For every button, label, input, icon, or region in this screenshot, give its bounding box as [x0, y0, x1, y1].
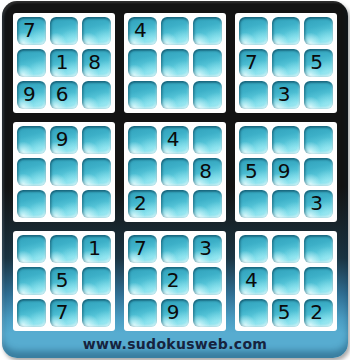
cell-r6c3[interactable] [82, 190, 111, 218]
box-3-1: 157 [13, 231, 115, 331]
box-1-1: 71896 [13, 13, 115, 113]
given-digit: 3 [310, 193, 323, 213]
given-digit: 6 [56, 84, 69, 104]
cell-r5c3[interactable] [82, 158, 111, 186]
cell-r6c9[interactable]: 3 [304, 190, 333, 218]
given-digit: 5 [56, 270, 69, 290]
cell-r6c8[interactable] [272, 190, 301, 218]
cell-r9c9[interactable]: 2 [304, 299, 333, 327]
cell-r8c3[interactable] [82, 267, 111, 295]
cell-r3c2[interactable]: 6 [50, 81, 79, 109]
cell-r2c8[interactable] [272, 49, 301, 77]
cell-r6c5[interactable] [161, 190, 190, 218]
cell-r5c1[interactable] [17, 158, 46, 186]
cell-r8c2[interactable]: 5 [50, 267, 79, 295]
cell-r4c1[interactable] [17, 126, 46, 154]
cell-r3c5[interactable] [161, 81, 190, 109]
cell-r3c3[interactable] [82, 81, 111, 109]
given-digit: 2 [134, 193, 147, 213]
cell-r1c1[interactable]: 7 [17, 17, 46, 45]
cell-r7c4[interactable]: 7 [128, 235, 157, 263]
cell-r7c8[interactable] [272, 235, 301, 263]
cell-r8c1[interactable] [17, 267, 46, 295]
cell-r7c2[interactable] [50, 235, 79, 263]
cell-r2c2[interactable]: 1 [50, 49, 79, 77]
given-digit: 8 [199, 161, 212, 181]
cell-r5c6[interactable]: 8 [193, 158, 222, 186]
cell-r8c5[interactable]: 2 [161, 267, 190, 295]
cell-r3c6[interactable] [193, 81, 222, 109]
given-digit: 3 [199, 238, 212, 258]
cell-r1c5[interactable] [161, 17, 190, 45]
box-2-1: 9 [13, 122, 115, 222]
given-digit: 1 [88, 238, 101, 258]
cell-r2c1[interactable] [17, 49, 46, 77]
cell-r6c7[interactable] [239, 190, 268, 218]
cell-r4c2[interactable]: 9 [50, 126, 79, 154]
given-digit: 1 [56, 52, 69, 72]
site-url-text: www.sudokusweb.com [13, 331, 337, 357]
cell-r4c6[interactable] [193, 126, 222, 154]
cell-r3c9[interactable] [304, 81, 333, 109]
cell-r1c2[interactable] [50, 17, 79, 45]
cell-r8c4[interactable] [128, 267, 157, 295]
cell-r9c5[interactable]: 9 [161, 299, 190, 327]
given-digit: 8 [88, 52, 101, 72]
cell-r1c6[interactable] [193, 17, 222, 45]
cell-r2c6[interactable] [193, 49, 222, 77]
cell-r2c5[interactable] [161, 49, 190, 77]
cell-r7c6[interactable]: 3 [193, 235, 222, 263]
sudoku-board: 71896475394825931577329452 [13, 13, 337, 331]
cell-r4c5[interactable]: 4 [161, 126, 190, 154]
cell-r7c7[interactable] [239, 235, 268, 263]
given-digit: 5 [245, 161, 258, 181]
box-1-3: 753 [235, 13, 337, 113]
given-digit: 4 [167, 129, 180, 149]
cell-r2c9[interactable]: 5 [304, 49, 333, 77]
cell-r5c9[interactable] [304, 158, 333, 186]
cell-r9c3[interactable] [82, 299, 111, 327]
cell-r5c8[interactable]: 9 [272, 158, 301, 186]
given-digit: 3 [278, 84, 291, 104]
cell-r9c4[interactable] [128, 299, 157, 327]
cell-r4c9[interactable] [304, 126, 333, 154]
cell-r3c4[interactable] [128, 81, 157, 109]
cell-r7c3[interactable]: 1 [82, 235, 111, 263]
given-digit: 5 [278, 302, 291, 322]
cell-r9c7[interactable] [239, 299, 268, 327]
cell-r8c8[interactable] [272, 267, 301, 295]
cell-r7c5[interactable] [161, 235, 190, 263]
given-digit: 7 [56, 302, 69, 322]
box-2-2: 482 [124, 122, 226, 222]
cell-r7c9[interactable] [304, 235, 333, 263]
cell-r1c8[interactable] [272, 17, 301, 45]
given-digit: 2 [167, 270, 180, 290]
cell-r2c4[interactable] [128, 49, 157, 77]
cell-r5c5[interactable] [161, 158, 190, 186]
given-digit: 9 [23, 84, 36, 104]
cell-r9c8[interactable]: 5 [272, 299, 301, 327]
cell-r9c1[interactable] [17, 299, 46, 327]
given-digit: 7 [245, 52, 258, 72]
cell-r8c9[interactable] [304, 267, 333, 295]
given-digit: 9 [56, 129, 69, 149]
cell-r9c2[interactable]: 7 [50, 299, 79, 327]
cell-r4c4[interactable] [128, 126, 157, 154]
cell-r2c3[interactable]: 8 [82, 49, 111, 77]
cell-r9c6[interactable] [193, 299, 222, 327]
given-digit: 7 [134, 238, 147, 258]
cell-r6c1[interactable] [17, 190, 46, 218]
cell-r5c7[interactable]: 5 [239, 158, 268, 186]
given-digit: 7 [23, 20, 36, 40]
cell-r6c2[interactable] [50, 190, 79, 218]
cell-r1c9[interactable] [304, 17, 333, 45]
given-digit: 5 [310, 52, 323, 72]
cell-r7c1[interactable] [17, 235, 46, 263]
cell-r1c3[interactable] [82, 17, 111, 45]
box-1-2: 4 [124, 13, 226, 113]
given-digit: 4 [245, 270, 258, 290]
cell-r5c4[interactable] [128, 158, 157, 186]
cell-r1c7[interactable] [239, 17, 268, 45]
box-3-2: 7329 [124, 231, 226, 331]
given-digit: 4 [134, 20, 147, 40]
cell-r4c3[interactable] [82, 126, 111, 154]
cell-r4c7[interactable] [239, 126, 268, 154]
given-digit: 2 [310, 302, 323, 322]
cell-r5c2[interactable] [50, 158, 79, 186]
page: 71896475394825931577329452 www.sudokuswe… [0, 0, 350, 360]
box-2-3: 593 [235, 122, 337, 222]
cell-r1c4[interactable]: 4 [128, 17, 157, 45]
cell-r2c7[interactable]: 7 [239, 49, 268, 77]
cell-r6c4[interactable]: 2 [128, 190, 157, 218]
cell-r4c8[interactable] [272, 126, 301, 154]
cell-r6c6[interactable] [193, 190, 222, 218]
given-digit: 9 [278, 161, 291, 181]
cell-r3c1[interactable]: 9 [17, 81, 46, 109]
cell-r3c8[interactable]: 3 [272, 81, 301, 109]
sudoku-frame: 71896475394825931577329452 www.sudokuswe… [2, 1, 348, 358]
box-3-3: 452 [235, 231, 337, 331]
given-digit: 9 [167, 302, 180, 322]
cell-r8c6[interactable] [193, 267, 222, 295]
cell-r8c7[interactable]: 4 [239, 267, 268, 295]
cell-r3c7[interactable] [239, 81, 268, 109]
